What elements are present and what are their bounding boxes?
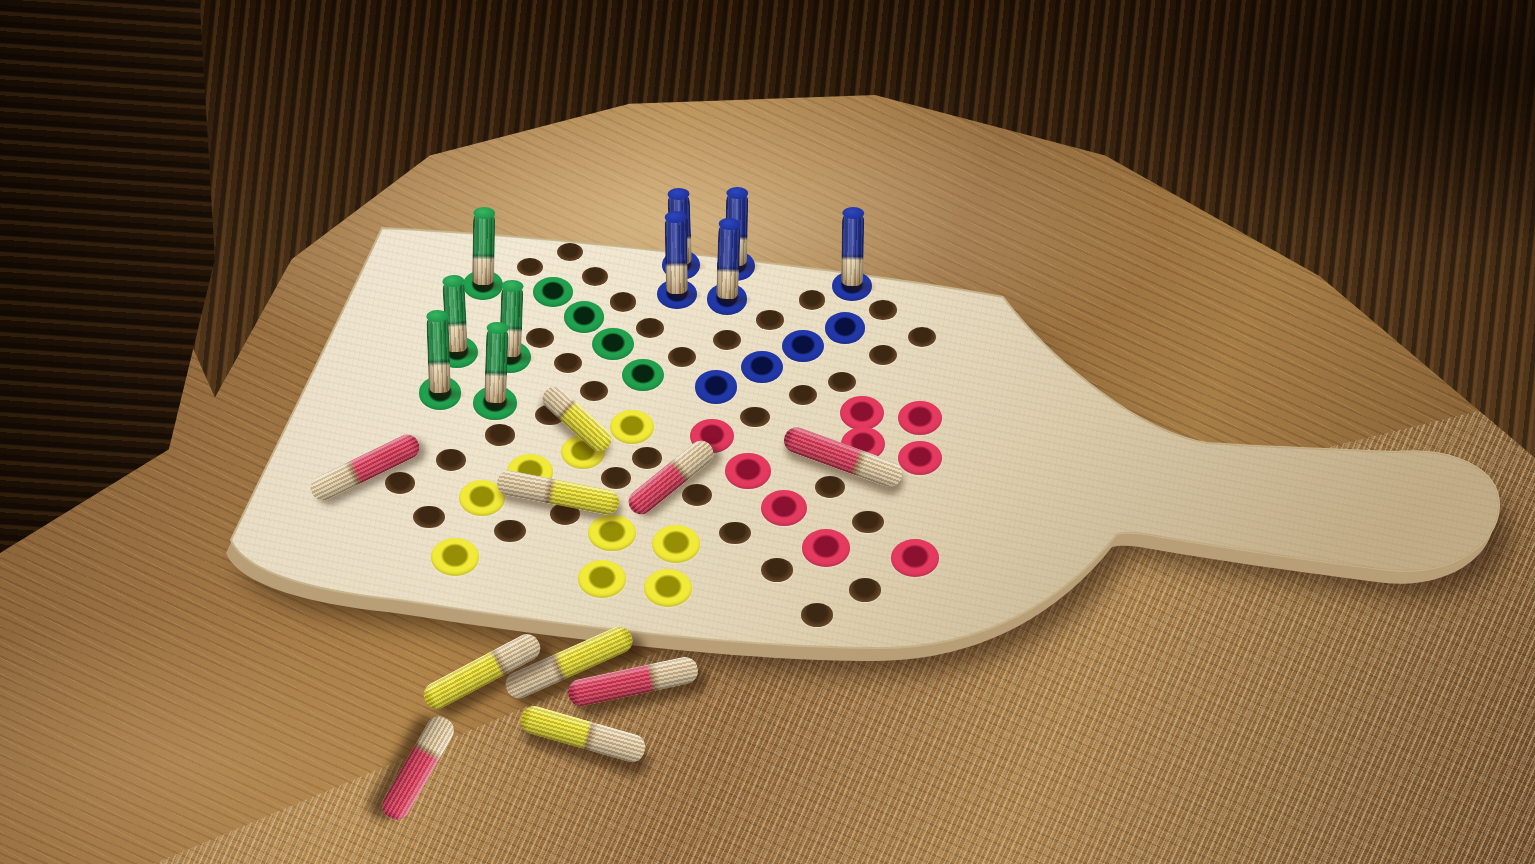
red-peg-lying-on-board[interactable] (623, 435, 718, 519)
blue-peg-shaft (665, 216, 688, 294)
yellow-peg-lying-on-board[interactable] (495, 468, 621, 516)
blue-peg-top (726, 187, 748, 199)
blue-peg-standing[interactable] (665, 216, 688, 294)
red-peg-lying-on-board[interactable] (780, 424, 905, 491)
blue-peg-top (842, 207, 864, 219)
blue-peg-standing[interactable] (841, 212, 864, 286)
red-peg-lying-on-table[interactable] (377, 712, 458, 825)
blue-peg-shaft (841, 212, 864, 286)
green-peg-top (473, 207, 495, 219)
green-peg-shaft (426, 315, 451, 394)
yellow-peg-lying-on-board[interactable] (538, 382, 616, 456)
red-peg-lying-on-board[interactable] (306, 430, 423, 504)
blue-peg-standing[interactable] (716, 223, 741, 300)
blue-peg-shaft (716, 223, 741, 300)
green-peg-shaft (472, 212, 495, 285)
photo-scene (0, 0, 1535, 864)
yellow-peg-lying-on-table[interactable] (518, 703, 649, 765)
green-peg-standing[interactable] (426, 315, 451, 394)
green-peg-standing[interactable] (472, 212, 495, 285)
green-peg-shaft (484, 327, 509, 404)
green-peg-standing[interactable] (484, 327, 509, 404)
pegs-layer (0, 0, 1535, 864)
